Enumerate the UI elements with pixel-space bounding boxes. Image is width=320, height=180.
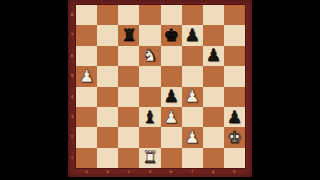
letterbox-left: [0, 0, 68, 180]
square-c4: [118, 87, 139, 107]
square-c8: [118, 5, 139, 25]
square-c2: [118, 127, 139, 147]
square-c7: ♜: [118, 25, 139, 45]
square-d5: [139, 66, 160, 86]
square-h2: ♚: [224, 127, 245, 147]
file-label-d: d: [139, 170, 160, 174]
piece-black-king: ♚: [163, 27, 178, 44]
square-g5: [203, 66, 224, 86]
square-h5: [224, 66, 245, 86]
square-d1: ♜: [139, 148, 160, 168]
square-g7: [203, 25, 224, 45]
square-e4: ♟: [161, 87, 182, 107]
square-d6: ♞: [139, 46, 160, 66]
file-label-c: c: [118, 170, 139, 174]
square-a2: [76, 127, 97, 147]
square-g3: [203, 107, 224, 127]
piece-white-knight: ♞: [142, 47, 157, 64]
square-g1: [203, 148, 224, 168]
square-f8: [182, 5, 203, 25]
square-a3: [76, 107, 97, 127]
square-f6: [182, 46, 203, 66]
square-c6: [118, 46, 139, 66]
file-label-b: b: [97, 170, 118, 174]
piece-white-pawn: ♟: [79, 67, 94, 84]
square-d4: [139, 87, 160, 107]
square-d8: [139, 5, 160, 25]
chess-board: ♜♚♟♞♟♟♟♟♝♟♟♟♚♜: [76, 5, 245, 168]
square-f3: [182, 107, 203, 127]
piece-black-pawn: ♟: [206, 47, 221, 64]
square-g6: ♟: [203, 46, 224, 66]
square-f1: [182, 148, 203, 168]
piece-white-rook: ♜: [142, 149, 157, 166]
file-label-f: f: [182, 170, 203, 174]
square-e2: [161, 127, 182, 147]
square-b5: [97, 66, 118, 86]
square-h8: [224, 5, 245, 25]
square-e3: ♟: [161, 107, 182, 127]
file-label-h: h: [224, 170, 245, 174]
file-label-a: a: [76, 170, 97, 174]
rank-label-4: 4: [68, 95, 76, 99]
rank-labels: 87654321: [68, 5, 76, 168]
piece-black-rook: ♜: [121, 27, 136, 44]
square-g2: [203, 127, 224, 147]
square-g4: [203, 87, 224, 107]
square-c1: [118, 148, 139, 168]
square-d2: [139, 127, 160, 147]
square-a6: [76, 46, 97, 66]
piece-black-pawn: ♟: [185, 27, 200, 44]
piece-black-pawn: ♟: [163, 88, 178, 105]
rank-label-6: 6: [68, 54, 76, 58]
square-g8: [203, 5, 224, 25]
square-d7: [139, 25, 160, 45]
square-e5: [161, 66, 182, 86]
rank-label-3: 3: [68, 115, 76, 119]
square-f5: [182, 66, 203, 86]
rank-label-8: 8: [68, 13, 76, 17]
square-a8: [76, 5, 97, 25]
square-h6: [224, 46, 245, 66]
square-h3: ♟: [224, 107, 245, 127]
piece-white-pawn: ♟: [163, 108, 178, 125]
square-b6: [97, 46, 118, 66]
square-h4: [224, 87, 245, 107]
letterbox-right: [252, 0, 320, 180]
file-label-e: e: [161, 170, 182, 174]
square-a7: [76, 25, 97, 45]
square-c5: [118, 66, 139, 86]
square-b2: [97, 127, 118, 147]
rank-label-5: 5: [68, 74, 76, 78]
piece-white-pawn: ♟: [185, 128, 200, 145]
letterbox-bottom: [68, 177, 252, 180]
square-a5: ♟: [76, 66, 97, 86]
square-h1: [224, 148, 245, 168]
square-e1: [161, 148, 182, 168]
square-h7: [224, 25, 245, 45]
square-f2: ♟: [182, 127, 203, 147]
piece-black-bishop: ♝: [142, 108, 157, 125]
square-b1: [97, 148, 118, 168]
piece-white-pawn: ♟: [185, 88, 200, 105]
rank-label-1: 1: [68, 156, 76, 160]
square-b3: [97, 107, 118, 127]
square-e7: ♚: [161, 25, 182, 45]
square-c3: [118, 107, 139, 127]
square-a1: [76, 148, 97, 168]
square-f4: ♟: [182, 87, 203, 107]
rank-label-7: 7: [68, 33, 76, 37]
square-a4: [76, 87, 97, 107]
square-d3: ♝: [139, 107, 160, 127]
file-labels: abcdefgh: [76, 169, 245, 176]
square-b8: [97, 5, 118, 25]
piece-white-king: ♚: [227, 128, 242, 145]
square-e8: [161, 5, 182, 25]
piece-black-pawn: ♟: [227, 108, 242, 125]
square-b4: [97, 87, 118, 107]
file-label-g: g: [203, 170, 224, 174]
square-b7: [97, 25, 118, 45]
square-f7: ♟: [182, 25, 203, 45]
rank-label-2: 2: [68, 135, 76, 139]
square-e6: [161, 46, 182, 66]
chess-board-frame: 87654321 ♜♚♟♞♟♟♟♟♝♟♟♟♚♜ abcdefgh: [68, 0, 252, 177]
